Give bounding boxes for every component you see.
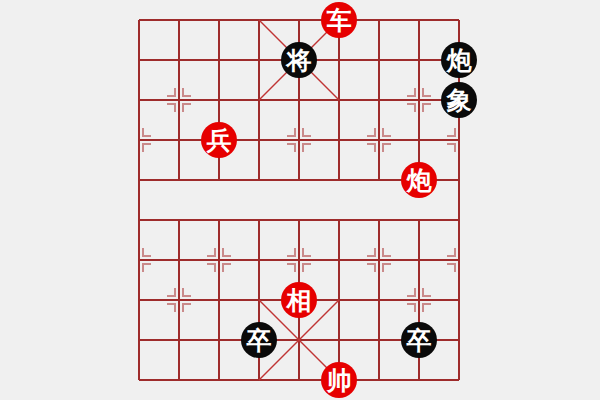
black-elephant[interactable]: 象 [441,82,477,118]
xiangqi-board: 车将炮象兵炮相卒卒帅 [119,0,479,400]
black-soldier-left[interactable]: 卒 [241,322,277,358]
red-soldier[interactable]: 兵 [201,122,237,158]
red-elephant[interactable]: 相 [281,282,317,318]
pieces-layer: 车将炮象兵炮相卒卒帅 [119,0,479,400]
black-cannon[interactable]: 炮 [441,42,477,78]
red-general[interactable]: 帅 [321,362,357,398]
black-soldier-right[interactable]: 卒 [401,322,437,358]
xiangqi-diagram: 车将炮象兵炮相卒卒帅 [0,0,600,400]
red-chariot[interactable]: 车 [321,2,357,38]
red-cannon[interactable]: 炮 [401,162,437,198]
black-general[interactable]: 将 [281,42,317,78]
